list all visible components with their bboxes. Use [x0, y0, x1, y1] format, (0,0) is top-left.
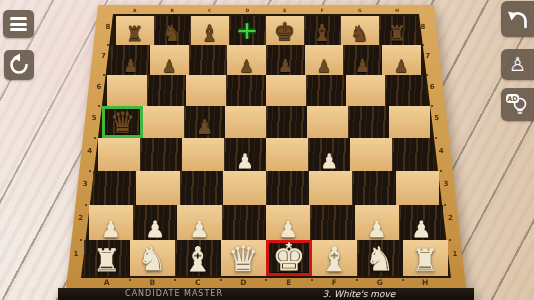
square-h1[interactable]: ♜ [403, 240, 449, 276]
square-f1[interactable]: ♝ [312, 240, 358, 276]
square-h3[interactable] [396, 171, 439, 205]
rank-label-left-3: 3 [83, 180, 88, 188]
square-g6[interactable] [346, 75, 386, 106]
square-h8[interactable]: ♜ [379, 16, 417, 45]
square-f6[interactable] [306, 75, 346, 106]
frame-pin [402, 279, 404, 281]
square-g3[interactable] [352, 171, 395, 205]
square-e3[interactable] [266, 171, 309, 205]
square-a5[interactable]: ♛ [102, 106, 143, 138]
white-rook[interactable]: ♜ [411, 245, 439, 276]
white-knight[interactable]: ♞ [365, 243, 395, 276]
reset-button[interactable] [4, 50, 34, 80]
undo-button[interactable] [501, 1, 534, 37]
board-rank-1: ♜♞♝♛♚♝♞♜ [84, 240, 448, 276]
square-f4[interactable]: ♟ [308, 138, 350, 171]
square-b7[interactable]: ♟ [150, 45, 189, 75]
rank-label-right-5: 5 [434, 114, 439, 122]
frame-pin [444, 204, 446, 206]
white-pawn[interactable]: ♟ [145, 218, 165, 241]
white-pawn[interactable]: ♟ [236, 151, 254, 171]
rank-label-right-4: 4 [439, 147, 444, 155]
frame-pin [440, 170, 442, 172]
frame-pin [85, 204, 87, 206]
frame-pin [107, 44, 109, 46]
square-c7[interactable] [189, 45, 228, 75]
board-rank-3 [93, 171, 439, 205]
black-pawn[interactable]: ♟ [239, 59, 254, 75]
hamburger-icon [10, 17, 27, 20]
square-e6[interactable] [266, 75, 306, 106]
black-pawn[interactable]: ♟ [162, 59, 177, 75]
square-f7[interactable]: ♟ [305, 45, 344, 75]
square-f5[interactable] [307, 106, 348, 138]
file-label-top-E: E [283, 7, 286, 12]
menu-button[interactable] [3, 10, 34, 38]
square-h7[interactable]: ♟ [382, 45, 421, 75]
square-d3[interactable] [223, 171, 266, 205]
move-origin-cross-icon [236, 21, 259, 41]
black-pawn[interactable]: ♟ [278, 59, 293, 75]
rank-label-right-3: 3 [443, 180, 448, 188]
file-label-bottom-D: D [240, 278, 246, 287]
square-a7[interactable]: ♟ [111, 45, 150, 75]
square-d1[interactable]: ♛ [221, 240, 267, 276]
board-rank-5: ♛♟ [102, 106, 429, 138]
black-pawn[interactable]: ♟ [196, 119, 213, 138]
file-label-bottom-G: G [377, 278, 383, 287]
square-g8[interactable]: ♞ [341, 16, 379, 45]
rank-label-left-4: 4 [87, 147, 92, 155]
square-c6[interactable] [186, 75, 226, 106]
rank-label-left-2: 2 [78, 214, 83, 222]
rank-label-left-5: 5 [92, 114, 97, 122]
ad-badge: AD [507, 95, 518, 103]
frame-pin [311, 279, 313, 281]
app-screen: ♜♞♝ ♚♝♞♜♟♟♟♟♟♟♟♛♟♟♟♟♟♟♟♟♟♜♞♝♛♚♝♞♜8877665… [0, 0, 534, 300]
turn-indicator: 3. White's move [323, 289, 396, 299]
square-b6[interactable] [147, 75, 187, 106]
square-b2[interactable]: ♟ [133, 205, 177, 240]
square-d8[interactable] [229, 16, 267, 45]
square-e8[interactable]: ♚ [266, 16, 304, 45]
black-knight[interactable]: ♞ [163, 24, 182, 45]
hint-button[interactable]: AD [501, 88, 534, 121]
white-pawn[interactable]: ♟ [411, 218, 431, 241]
square-f8[interactable]: ♝ [304, 16, 342, 45]
engine-level-label: CANDIDATE MASTER [125, 289, 223, 298]
black-knight[interactable]: ♞ [350, 24, 369, 45]
frame-pin [98, 105, 100, 107]
board-rank-4: ♟♟ [98, 138, 435, 171]
frame-pin [431, 105, 433, 107]
lightbulb-ad-icon: AD [504, 91, 531, 118]
white-pawn[interactable]: ♟ [101, 218, 121, 241]
square-h6[interactable] [385, 75, 425, 106]
frame-pin [80, 239, 82, 241]
black-pawn[interactable]: ♟ [394, 59, 409, 75]
black-rook[interactable]: ♜ [388, 25, 406, 45]
chess-board: ♜♞♝ ♚♝♞♜♟♟♟♟♟♟♟♛♟♟♟♟♟♟♟♟♟♜♞♝♛♚♝♞♜8877665… [0, 0, 534, 300]
white-knight[interactable]: ♞ [138, 243, 168, 276]
rank-label-right-7: 7 [425, 52, 430, 60]
file-label-bottom-F: F [332, 278, 337, 287]
square-d2[interactable] [222, 205, 266, 240]
frame-pin [129, 279, 131, 281]
square-g2[interactable]: ♟ [355, 205, 399, 240]
square-c8[interactable]: ♝ [191, 16, 229, 45]
square-e7[interactable]: ♟ [266, 45, 305, 75]
square-d7[interactable]: ♟ [227, 45, 266, 75]
square-b8[interactable]: ♞ [154, 16, 192, 45]
square-b1[interactable]: ♞ [130, 240, 176, 276]
square-f2[interactable] [310, 205, 354, 240]
rank-label-left-1: 1 [74, 250, 79, 258]
square-f3[interactable] [309, 171, 352, 205]
rank-label-left-7: 7 [101, 52, 106, 60]
frame-pin [435, 137, 437, 139]
board-rank-8: ♜♞♝ ♚♝♞♜ [116, 16, 416, 45]
opponent-button[interactable]: ♙ [501, 49, 534, 80]
white-pawn[interactable]: ♟ [367, 218, 387, 241]
chess-board-group: ♜♞♝ ♚♝♞♜♟♟♟♟♟♟♟♛♟♟♟♟♟♟♟♟♟♜♞♝♛♚♝♞♜8877665… [0, 0, 534, 300]
square-a4[interactable] [98, 138, 140, 171]
square-a6[interactable] [107, 75, 147, 106]
rank-label-right-1: 1 [453, 250, 458, 258]
square-h4[interactable] [392, 138, 434, 171]
rank-label-right-6: 6 [430, 83, 435, 91]
square-b5[interactable] [143, 106, 184, 138]
rotate-ccw-icon [7, 53, 31, 77]
file-label-bottom-C: C [195, 278, 201, 287]
white-bishop[interactable]: ♝ [182, 242, 213, 276]
frame-pin [449, 239, 451, 241]
frame-pin [265, 279, 267, 281]
pawn-outline-icon: ♙ [509, 55, 526, 74]
frame-pin [356, 279, 358, 281]
board-rank-2: ♟♟♟♟♟♟ [89, 205, 444, 240]
square-c4[interactable] [182, 138, 224, 171]
board-rank-6 [107, 75, 425, 106]
white-pawn[interactable]: ♟ [189, 218, 209, 241]
black-bishop[interactable]: ♝ [200, 23, 220, 45]
square-e1[interactable]: ♚ [266, 240, 312, 276]
square-a1[interactable]: ♜ [84, 240, 130, 276]
square-e5[interactable] [266, 106, 307, 138]
rank-label-right-8: 8 [421, 23, 426, 31]
undo-arrow-icon [505, 6, 531, 32]
black-pawn[interactable]: ♟ [123, 59, 138, 75]
frame-pin [94, 137, 96, 139]
square-g5[interactable] [348, 106, 389, 138]
square-d4[interactable]: ♟ [224, 138, 266, 171]
file-label-bottom-H: H [422, 278, 428, 287]
file-label-bottom-B: B [149, 278, 155, 287]
file-label-bottom-A: A [104, 278, 110, 287]
black-queen[interactable]: ♛ [110, 110, 135, 138]
frame-pin [422, 44, 424, 46]
file-label-top-D: D [245, 7, 249, 12]
square-d5[interactable] [225, 106, 266, 138]
white-pawn[interactable]: ♟ [320, 151, 338, 171]
square-c2[interactable]: ♟ [177, 205, 221, 240]
square-b4[interactable] [140, 138, 182, 171]
square-h5[interactable] [389, 106, 430, 138]
white-queen[interactable]: ♛ [227, 241, 259, 277]
rank-label-left-8: 8 [106, 23, 111, 31]
file-label-top-B: B [171, 7, 174, 12]
file-label-top-H: H [395, 7, 399, 12]
square-d6[interactable] [226, 75, 266, 106]
square-c3[interactable] [180, 171, 223, 205]
black-king[interactable]: ♚ [274, 21, 295, 45]
square-b3[interactable] [136, 171, 179, 205]
file-label-bottom-E: E [286, 278, 291, 287]
square-h2[interactable]: ♟ [399, 205, 443, 240]
file-label-top-C: C [208, 7, 211, 12]
file-label-top-G: G [358, 7, 362, 12]
file-label-top-F: F [321, 7, 324, 12]
square-g7[interactable]: ♟ [343, 45, 382, 75]
square-e4[interactable] [266, 138, 308, 171]
square-g1[interactable]: ♞ [357, 240, 403, 276]
square-g4[interactable] [350, 138, 392, 171]
rank-label-right-2: 2 [448, 214, 453, 222]
square-c5[interactable]: ♟ [184, 106, 225, 138]
white-bishop[interactable]: ♝ [319, 242, 350, 276]
black-rook[interactable]: ♜ [126, 25, 144, 45]
black-pawn[interactable]: ♟ [317, 59, 332, 75]
square-c1[interactable]: ♝ [175, 240, 221, 276]
file-label-top-A: A [133, 7, 136, 12]
frame-pin [89, 170, 91, 172]
square-a3[interactable] [93, 171, 136, 205]
square-a8[interactable]: ♜ [116, 16, 154, 45]
frame-pin [426, 74, 428, 76]
white-rook[interactable]: ♜ [93, 245, 121, 276]
frame-pin [103, 74, 105, 76]
rank-label-left-6: 6 [96, 83, 101, 91]
white-king[interactable]: ♚ [272, 239, 306, 277]
board-rank-7: ♟♟♟♟♟♟♟ [111, 45, 420, 75]
square-a2[interactable]: ♟ [89, 205, 133, 240]
black-pawn[interactable]: ♟ [355, 59, 370, 75]
black-bishop[interactable]: ♝ [312, 23, 332, 45]
frame-pin [220, 279, 222, 281]
frame-pin [174, 279, 176, 281]
